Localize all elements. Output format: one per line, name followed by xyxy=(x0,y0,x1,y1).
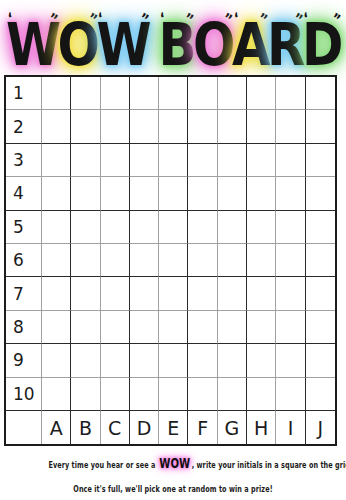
cell-B5[interactable] xyxy=(71,211,100,244)
row-label-6: 6 xyxy=(6,244,42,277)
cell-H1[interactable] xyxy=(247,77,276,110)
cell-E4[interactable] xyxy=(159,177,188,210)
wow-highlight: WOW xyxy=(158,455,192,471)
cell-D5[interactable] xyxy=(130,211,159,244)
row-label-4: 4 xyxy=(6,177,42,210)
cell-C10[interactable] xyxy=(101,378,130,411)
cell-I2[interactable] xyxy=(276,110,305,143)
title-letter-R: R xyxy=(267,19,302,72)
title-word: BOARD xyxy=(158,19,340,72)
row-label-1: 1 xyxy=(6,77,42,110)
cell-C2[interactable] xyxy=(101,110,130,143)
cell-F7[interactable] xyxy=(188,277,217,310)
row-label-5: 5 xyxy=(6,211,42,244)
cell-F4[interactable] xyxy=(188,177,217,210)
cell-G2[interactable] xyxy=(218,110,247,143)
col-label-E: E xyxy=(159,411,188,444)
title-word: WOW xyxy=(6,19,148,72)
cell-A9[interactable] xyxy=(42,344,71,377)
cell-D3[interactable] xyxy=(130,144,159,177)
cell-E3[interactable] xyxy=(159,144,188,177)
cell-I5[interactable] xyxy=(276,211,305,244)
cell-A3[interactable] xyxy=(42,144,71,177)
title-letter-B: B xyxy=(158,19,193,72)
cell-J1[interactable] xyxy=(306,77,335,110)
cell-G8[interactable] xyxy=(218,311,247,344)
cell-H2[interactable] xyxy=(247,110,276,143)
cell-A1[interactable] xyxy=(42,77,71,110)
wow-grid: 12345678910ABCDEFGHIJ xyxy=(4,75,337,446)
col-label-G: G xyxy=(218,411,247,444)
corner-cell xyxy=(6,411,42,444)
instruction-text-after: , write your initials in a square on the… xyxy=(192,460,346,470)
cell-J9[interactable] xyxy=(306,344,335,377)
cell-G10[interactable] xyxy=(218,378,247,411)
cell-I3[interactable] xyxy=(276,144,305,177)
cell-I8[interactable] xyxy=(276,311,305,344)
cell-F5[interactable] xyxy=(188,211,217,244)
col-label-F: F xyxy=(188,411,217,444)
row-label-3: 3 xyxy=(6,144,42,177)
instruction-line-2: Once it's full, we'll pick one at random… xyxy=(48,484,297,494)
col-label-B: B xyxy=(71,411,100,444)
cell-C1[interactable] xyxy=(101,77,130,110)
col-label-I: I xyxy=(276,411,305,444)
cell-A4[interactable] xyxy=(42,177,71,210)
cell-J10[interactable] xyxy=(306,378,335,411)
instructions: Every time you hear or see a WOW, write … xyxy=(0,447,346,494)
cell-E1[interactable] xyxy=(159,77,188,110)
cell-A5[interactable] xyxy=(42,211,71,244)
instruction-text-before: Every time you hear or see a xyxy=(48,460,157,470)
cell-I10[interactable] xyxy=(276,378,305,411)
cell-E10[interactable] xyxy=(159,378,188,411)
cell-I1[interactable] xyxy=(276,77,305,110)
row-label-8: 8 xyxy=(6,311,42,344)
cell-E6[interactable] xyxy=(159,244,188,277)
cell-G1[interactable] xyxy=(218,77,247,110)
row-label-2: 2 xyxy=(6,110,42,143)
cell-E8[interactable] xyxy=(159,311,188,344)
cell-H6[interactable] xyxy=(247,244,276,277)
cell-D2[interactable] xyxy=(130,110,159,143)
cell-B8[interactable] xyxy=(71,311,100,344)
cell-B7[interactable] xyxy=(71,277,100,310)
cell-H4[interactable] xyxy=(247,177,276,210)
cell-B10[interactable] xyxy=(71,378,100,411)
cell-H10[interactable] xyxy=(247,378,276,411)
cell-C4[interactable] xyxy=(101,177,130,210)
cell-E7[interactable] xyxy=(159,277,188,310)
cell-C8[interactable] xyxy=(101,311,130,344)
title-letter-W: W xyxy=(96,19,148,72)
cell-E9[interactable] xyxy=(159,344,188,377)
cell-F10[interactable] xyxy=(188,378,217,411)
cell-J7[interactable] xyxy=(306,277,335,310)
cell-J8[interactable] xyxy=(306,311,335,344)
cell-C7[interactable] xyxy=(101,277,130,310)
cell-G9[interactable] xyxy=(218,344,247,377)
cell-D10[interactable] xyxy=(130,378,159,411)
cell-D8[interactable] xyxy=(130,311,159,344)
page-title: WOWBOARD xyxy=(24,6,322,72)
cell-C3[interactable] xyxy=(101,144,130,177)
cell-H5[interactable] xyxy=(247,211,276,244)
cell-C5[interactable] xyxy=(101,211,130,244)
col-label-C: C xyxy=(101,411,130,444)
cell-B4[interactable] xyxy=(71,177,100,210)
cell-B2[interactable] xyxy=(71,110,100,143)
cell-I4[interactable] xyxy=(276,177,305,210)
cell-G5[interactable] xyxy=(218,211,247,244)
cell-I9[interactable] xyxy=(276,344,305,377)
cell-A7[interactable] xyxy=(42,277,71,310)
title-letter-O: O xyxy=(193,19,232,72)
cell-A6[interactable] xyxy=(42,244,71,277)
cell-A10[interactable] xyxy=(42,378,71,411)
cell-E2[interactable] xyxy=(159,110,188,143)
cell-F6[interactable] xyxy=(188,244,217,277)
cell-J6[interactable] xyxy=(306,244,335,277)
wow-board-page: WOWBOARD 12345678910ABCDEFGHIJ Every tim… xyxy=(0,0,346,500)
col-label-D: D xyxy=(130,411,159,444)
cell-C6[interactable] xyxy=(101,244,130,277)
col-label-J: J xyxy=(306,411,335,444)
cell-B3[interactable] xyxy=(71,144,100,177)
cell-H8[interactable] xyxy=(247,311,276,344)
title-letter-W: W xyxy=(6,19,58,72)
cell-J4[interactable] xyxy=(306,177,335,210)
cell-H9[interactable] xyxy=(247,344,276,377)
col-label-A: A xyxy=(42,411,71,444)
cell-H3[interactable] xyxy=(247,144,276,177)
cell-B9[interactable] xyxy=(71,344,100,377)
cell-H7[interactable] xyxy=(247,277,276,310)
cell-F8[interactable] xyxy=(188,311,217,344)
cell-F1[interactable] xyxy=(188,77,217,110)
row-label-10: 10 xyxy=(6,378,42,411)
cell-G6[interactable] xyxy=(218,244,247,277)
cell-J5[interactable] xyxy=(306,211,335,244)
row-label-7: 7 xyxy=(6,277,42,310)
cell-F9[interactable] xyxy=(188,344,217,377)
cell-D6[interactable] xyxy=(130,244,159,277)
cell-G7[interactable] xyxy=(218,277,247,310)
cell-B6[interactable] xyxy=(71,244,100,277)
cell-B1[interactable] xyxy=(71,77,100,110)
cell-A8[interactable] xyxy=(42,311,71,344)
cell-A2[interactable] xyxy=(42,110,71,143)
cell-F3[interactable] xyxy=(188,144,217,177)
title-letter-A: A xyxy=(232,19,267,72)
cell-I7[interactable] xyxy=(276,277,305,310)
cell-D1[interactable] xyxy=(130,77,159,110)
cell-C9[interactable] xyxy=(101,344,130,377)
cell-D4[interactable] xyxy=(130,177,159,210)
cell-D9[interactable] xyxy=(130,344,159,377)
row-label-9: 9 xyxy=(6,344,42,377)
cell-J2[interactable] xyxy=(306,110,335,143)
cell-J3[interactable] xyxy=(306,144,335,177)
cell-I6[interactable] xyxy=(276,244,305,277)
title-letter-O: O xyxy=(58,19,97,72)
instruction-line-1: Every time you hear or see a WOW, write … xyxy=(48,455,297,471)
cell-F2[interactable] xyxy=(188,110,217,143)
col-label-H: H xyxy=(247,411,276,444)
cell-D7[interactable] xyxy=(130,277,159,310)
cell-G3[interactable] xyxy=(218,144,247,177)
cell-G4[interactable] xyxy=(218,177,247,210)
cell-E5[interactable] xyxy=(159,211,188,244)
title-letter-D: D xyxy=(302,19,340,72)
